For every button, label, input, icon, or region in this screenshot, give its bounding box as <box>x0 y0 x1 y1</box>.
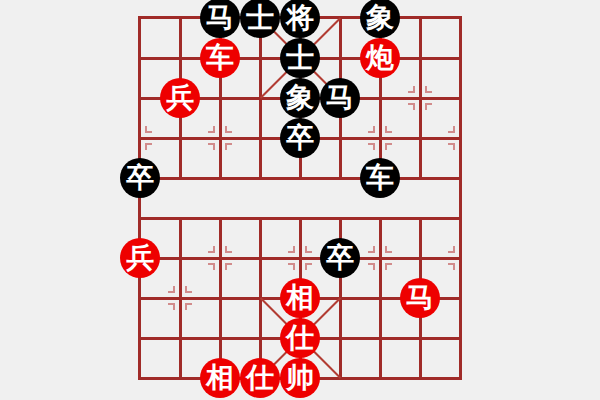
piece-red-pawn[interactable]: 兵 <box>120 238 160 278</box>
piece-black-elephant[interactable]: 象 <box>360 0 400 38</box>
piece-red-horse[interactable]: 马 <box>400 278 440 318</box>
piece-black-advisor[interactable]: 士 <box>240 0 280 38</box>
piece-red-elephant[interactable]: 相 <box>280 278 320 318</box>
piece-black-horse[interactable]: 马 <box>320 78 360 118</box>
piece-red-pawn[interactable]: 兵 <box>160 78 200 118</box>
piece-red-cannon[interactable]: 炮 <box>360 38 400 78</box>
piece-black-elephant[interactable]: 象 <box>280 78 320 118</box>
piece-black-pawn[interactable]: 卒 <box>320 238 360 278</box>
piece-black-horse[interactable]: 马 <box>200 0 240 38</box>
piece-black-pawn[interactable]: 卒 <box>120 158 160 198</box>
piece-black-chariot[interactable]: 车 <box>360 158 400 198</box>
xiangqi-app: 马士将象车士炮兵象马卒卒车兵卒相马仕相仕帅 <box>0 0 600 400</box>
piece-red-chariot[interactable]: 车 <box>200 38 240 78</box>
piece-red-elephant[interactable]: 相 <box>200 358 240 398</box>
piece-red-advisor[interactable]: 仕 <box>240 358 280 398</box>
piece-red-general[interactable]: 帅 <box>280 358 320 398</box>
piece-black-advisor[interactable]: 士 <box>280 38 320 78</box>
piece-red-advisor[interactable]: 仕 <box>280 318 320 358</box>
piece-layer: 马士将象车士炮兵象马卒卒车兵卒相马仕相仕帅 <box>120 0 480 398</box>
piece-black-general[interactable]: 将 <box>280 0 320 38</box>
piece-black-pawn[interactable]: 卒 <box>280 118 320 158</box>
